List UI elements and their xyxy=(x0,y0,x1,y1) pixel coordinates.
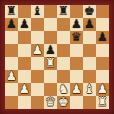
square-c3[interactable] xyxy=(31,70,44,83)
square-c6[interactable] xyxy=(31,31,44,44)
black-rook: ♜ xyxy=(6,5,17,18)
square-d3[interactable] xyxy=(44,70,57,83)
square-b8[interactable] xyxy=(18,5,31,18)
square-e1[interactable]: ♚ xyxy=(57,96,70,109)
square-f4[interactable] xyxy=(70,57,83,70)
black-king: ♚ xyxy=(84,5,95,18)
square-b6[interactable] xyxy=(18,31,31,44)
square-d4[interactable]: ♜ xyxy=(44,57,57,70)
square-c4[interactable] xyxy=(31,57,44,70)
square-f5[interactable] xyxy=(70,44,83,57)
square-f8[interactable] xyxy=(70,5,83,18)
square-a1[interactable] xyxy=(5,96,18,109)
square-e6[interactable] xyxy=(57,31,70,44)
square-f3[interactable] xyxy=(70,70,83,83)
square-a3[interactable]: ♟ xyxy=(5,70,18,83)
square-g3[interactable] xyxy=(83,70,96,83)
square-g6[interactable] xyxy=(83,31,96,44)
square-d6[interactable] xyxy=(44,31,57,44)
square-g1[interactable] xyxy=(83,96,96,109)
square-e2[interactable]: ♞ xyxy=(57,83,70,96)
square-d5[interactable]: ♟ xyxy=(44,44,57,57)
square-b5[interactable] xyxy=(18,44,31,57)
square-h3[interactable] xyxy=(96,70,109,83)
square-g5[interactable] xyxy=(83,44,96,57)
square-d1[interactable]: ♛ xyxy=(44,96,57,109)
black-pawn: ♟ xyxy=(19,18,30,31)
square-g8[interactable]: ♚ xyxy=(83,5,96,18)
square-c7[interactable] xyxy=(31,18,44,31)
square-b7[interactable]: ♟ xyxy=(18,18,31,31)
square-e8[interactable]: ♜ xyxy=(57,5,70,18)
square-b2[interactable]: ♟ xyxy=(18,83,31,96)
square-b3[interactable] xyxy=(18,70,31,83)
chess-board: ♜♝♜♚♟♟♟♟♛♟♟♟♜♟♟♞♟♝♟♛♚♜ xyxy=(0,0,114,114)
square-a7[interactable]: ♟ xyxy=(5,18,18,31)
square-h7[interactable] xyxy=(96,18,109,31)
square-b1[interactable] xyxy=(18,96,31,109)
square-g2[interactable]: ♝ xyxy=(83,83,96,96)
white-pawn: ♟ xyxy=(97,83,108,96)
square-a4[interactable] xyxy=(5,57,18,70)
square-b4[interactable] xyxy=(18,57,31,70)
square-d7[interactable] xyxy=(44,18,57,31)
square-a8[interactable]: ♜ xyxy=(5,5,18,18)
black-bishop: ♝ xyxy=(32,5,43,18)
black-rook: ♜ xyxy=(58,5,69,18)
square-c5[interactable]: ♟ xyxy=(31,44,44,57)
square-e7[interactable] xyxy=(57,18,70,31)
square-a2[interactable] xyxy=(5,83,18,96)
square-h5[interactable] xyxy=(96,44,109,57)
square-c1[interactable] xyxy=(31,96,44,109)
white-knight: ♞ xyxy=(58,83,69,96)
black-pawn: ♟ xyxy=(97,31,108,44)
square-c2[interactable] xyxy=(31,83,44,96)
square-a5[interactable] xyxy=(5,44,18,57)
square-f6[interactable]: ♛ xyxy=(70,31,83,44)
square-f7[interactable]: ♟ xyxy=(70,18,83,31)
square-g7[interactable]: ♟ xyxy=(83,18,96,31)
white-rook: ♜ xyxy=(45,57,56,70)
square-f1[interactable] xyxy=(70,96,83,109)
square-e5[interactable] xyxy=(57,44,70,57)
black-pawn: ♟ xyxy=(71,18,82,31)
square-d8[interactable] xyxy=(44,5,57,18)
black-pawn: ♟ xyxy=(45,44,56,57)
square-h4[interactable] xyxy=(96,57,109,70)
white-king: ♚ xyxy=(58,96,69,109)
white-queen: ♛ xyxy=(45,96,56,109)
white-bishop: ♝ xyxy=(84,83,95,96)
square-h8[interactable] xyxy=(96,5,109,18)
white-rook: ♜ xyxy=(97,96,108,109)
black-pawn: ♟ xyxy=(84,18,95,31)
chess-board-grid: ♜♝♜♚♟♟♟♟♛♟♟♟♜♟♟♞♟♝♟♛♚♜ xyxy=(5,5,109,109)
square-e3[interactable] xyxy=(57,70,70,83)
square-a6[interactable] xyxy=(5,31,18,44)
square-e4[interactable] xyxy=(57,57,70,70)
square-f2[interactable]: ♟ xyxy=(70,83,83,96)
square-g4[interactable] xyxy=(83,57,96,70)
white-pawn: ♟ xyxy=(19,83,30,96)
white-pawn: ♟ xyxy=(71,83,82,96)
square-d2[interactable] xyxy=(44,83,57,96)
black-queen: ♛ xyxy=(71,31,82,44)
square-c8[interactable]: ♝ xyxy=(31,5,44,18)
black-pawn: ♟ xyxy=(6,18,17,31)
square-h6[interactable]: ♟ xyxy=(96,31,109,44)
white-pawn: ♟ xyxy=(32,44,43,57)
square-h2[interactable]: ♟ xyxy=(96,83,109,96)
white-pawn: ♟ xyxy=(6,70,17,83)
square-h1[interactable]: ♜ xyxy=(96,96,109,109)
